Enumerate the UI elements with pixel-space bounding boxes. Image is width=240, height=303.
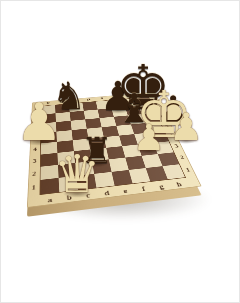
piece-white-pawn-h3[interactable]: ♟ (169, 108, 203, 146)
piece-white-queen-b1[interactable]: ♛ (54, 148, 101, 200)
piece-white-pawn-a4[interactable]: ♟ (16, 96, 63, 148)
pieces-layer: ♞♟♚♝♟♜♟♛♚♟♟ (1, 1, 239, 302)
piece-white-pawn-f2[interactable]: ♟ (133, 120, 165, 156)
product-photo: abcdefgh abcdefgh 87654321 87654321 ♞♟♚♝… (0, 0, 240, 303)
board-scene: abcdefgh abcdefgh 87654321 87654321 ♞♟♚♝… (1, 1, 239, 302)
